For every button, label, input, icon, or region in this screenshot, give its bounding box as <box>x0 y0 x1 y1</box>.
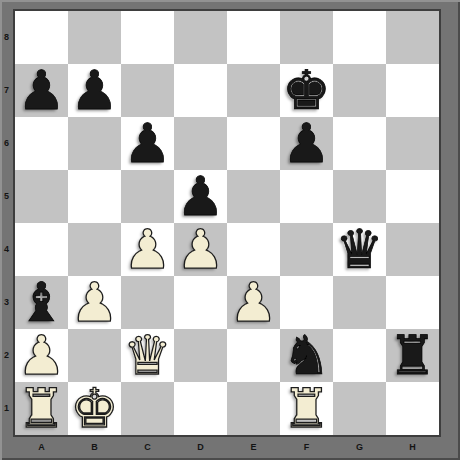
square-b6[interactable] <box>68 117 121 170</box>
square-f3[interactable] <box>280 276 333 329</box>
square-h2[interactable]: ♜ <box>386 329 439 382</box>
square-f7[interactable]: ♚ <box>280 64 333 117</box>
black-pawn-piece: ♟ <box>123 117 171 170</box>
square-g4[interactable]: ♛ <box>333 223 386 276</box>
square-e6[interactable] <box>227 117 280 170</box>
square-e8[interactable] <box>227 11 280 64</box>
square-a8[interactable] <box>15 11 68 64</box>
black-queen-piece: ♛ <box>335 223 383 276</box>
square-h3[interactable] <box>386 276 439 329</box>
black-pawn-piece: ♟ <box>282 117 330 170</box>
rank-label-1: 1 <box>0 382 13 435</box>
chess-board: ♟♟♚♟♟♟♟♟♛♝♟♟♟♛♞♜♜♚♜ <box>15 11 439 435</box>
black-rook-piece: ♜ <box>388 329 436 382</box>
square-f6[interactable]: ♟ <box>280 117 333 170</box>
file-label-a: A <box>15 439 68 455</box>
square-g8[interactable] <box>333 11 386 64</box>
square-e5[interactable] <box>227 170 280 223</box>
rank-label-3: 3 <box>0 276 13 329</box>
square-h4[interactable] <box>386 223 439 276</box>
rank-label-5: 5 <box>0 170 13 223</box>
square-e1[interactable] <box>227 382 280 435</box>
square-d2[interactable] <box>174 329 227 382</box>
black-king-piece: ♚ <box>282 64 330 117</box>
rank-label-7: 7 <box>0 64 13 117</box>
square-b2[interactable] <box>68 329 121 382</box>
square-a3[interactable]: ♝ <box>15 276 68 329</box>
white-pawn-piece: ♟ <box>70 276 118 329</box>
file-label-g: G <box>333 439 386 455</box>
file-label-d: D <box>174 439 227 455</box>
file-label-c: C <box>121 439 174 455</box>
file-labels: ABCDEFGH <box>15 439 439 455</box>
white-pawn-piece: ♟ <box>229 276 277 329</box>
square-h7[interactable] <box>386 64 439 117</box>
square-e3[interactable]: ♟ <box>227 276 280 329</box>
black-pawn-piece: ♟ <box>17 64 65 117</box>
square-h5[interactable] <box>386 170 439 223</box>
square-b7[interactable]: ♟ <box>68 64 121 117</box>
square-c1[interactable] <box>121 382 174 435</box>
square-f2[interactable]: ♞ <box>280 329 333 382</box>
square-a2[interactable]: ♟ <box>15 329 68 382</box>
white-pawn-piece: ♟ <box>176 223 224 276</box>
square-d4[interactable]: ♟ <box>174 223 227 276</box>
file-label-f: F <box>280 439 333 455</box>
rank-label-4: 4 <box>0 223 13 276</box>
black-knight-piece: ♞ <box>282 329 330 382</box>
square-g7[interactable] <box>333 64 386 117</box>
file-label-b: B <box>68 439 121 455</box>
board-frame: 87654321 ABCDEFGH ♟♟♚♟♟♟♟♟♛♝♟♟♟♛♞♜♜♚♜ <box>0 0 460 460</box>
board-border: ♟♟♚♟♟♟♟♟♛♝♟♟♟♛♞♜♜♚♜ <box>13 9 441 437</box>
square-a7[interactable]: ♟ <box>15 64 68 117</box>
rank-labels: 87654321 <box>0 11 13 435</box>
square-a1[interactable]: ♜ <box>15 382 68 435</box>
square-b1[interactable]: ♚ <box>68 382 121 435</box>
white-rook-piece: ♜ <box>282 382 330 435</box>
white-rook-piece: ♜ <box>17 382 65 435</box>
square-e4[interactable] <box>227 223 280 276</box>
white-queen-piece: ♛ <box>123 329 171 382</box>
black-bishop-piece: ♝ <box>17 276 65 329</box>
square-h1[interactable] <box>386 382 439 435</box>
square-g2[interactable] <box>333 329 386 382</box>
square-c6[interactable]: ♟ <box>121 117 174 170</box>
square-h8[interactable] <box>386 11 439 64</box>
white-pawn-piece: ♟ <box>123 223 171 276</box>
square-g3[interactable] <box>333 276 386 329</box>
square-c5[interactable] <box>121 170 174 223</box>
square-d8[interactable] <box>174 11 227 64</box>
square-c3[interactable] <box>121 276 174 329</box>
rank-label-2: 2 <box>0 329 13 382</box>
square-a6[interactable] <box>15 117 68 170</box>
square-a4[interactable] <box>15 223 68 276</box>
square-b5[interactable] <box>68 170 121 223</box>
square-c4[interactable]: ♟ <box>121 223 174 276</box>
square-h6[interactable] <box>386 117 439 170</box>
square-d6[interactable] <box>174 117 227 170</box>
square-g1[interactable] <box>333 382 386 435</box>
square-f5[interactable] <box>280 170 333 223</box>
white-pawn-piece: ♟ <box>17 329 65 382</box>
rank-label-8: 8 <box>0 11 13 64</box>
square-f1[interactable]: ♜ <box>280 382 333 435</box>
square-b3[interactable]: ♟ <box>68 276 121 329</box>
file-label-h: H <box>386 439 439 455</box>
square-c8[interactable] <box>121 11 174 64</box>
file-label-e: E <box>227 439 280 455</box>
square-d1[interactable] <box>174 382 227 435</box>
square-f8[interactable] <box>280 11 333 64</box>
rank-label-6: 6 <box>0 117 13 170</box>
square-g5[interactable] <box>333 170 386 223</box>
square-a5[interactable] <box>15 170 68 223</box>
square-e2[interactable] <box>227 329 280 382</box>
square-b8[interactable] <box>68 11 121 64</box>
black-pawn-piece: ♟ <box>176 170 224 223</box>
square-g6[interactable] <box>333 117 386 170</box>
square-c2[interactable]: ♛ <box>121 329 174 382</box>
square-e7[interactable] <box>227 64 280 117</box>
black-pawn-piece: ♟ <box>70 64 118 117</box>
square-c7[interactable] <box>121 64 174 117</box>
square-d5[interactable]: ♟ <box>174 170 227 223</box>
square-f4[interactable] <box>280 223 333 276</box>
white-king-piece: ♚ <box>70 382 118 435</box>
square-d3[interactable] <box>174 276 227 329</box>
square-b4[interactable] <box>68 223 121 276</box>
square-d7[interactable] <box>174 64 227 117</box>
